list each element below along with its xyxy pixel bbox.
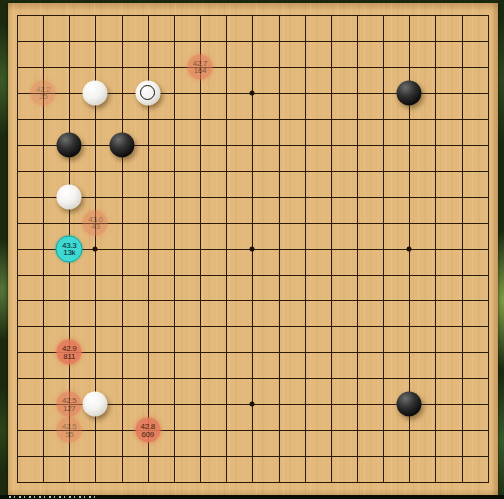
star-point-k4 — [250, 402, 255, 407]
go-board[interactable]: 42.716442.22543.04342.981142.512742.5554… — [8, 3, 498, 495]
candidate-move-suggestion-c6[interactable]: 42.9811 — [57, 340, 82, 365]
bottom-edge-strip — [0, 495, 504, 499]
best-move-suggestion-c10[interactable]: 43.313k — [56, 235, 83, 262]
star-point-k10 — [250, 246, 255, 251]
visits-label: 13k — [63, 249, 75, 257]
visits-label: 25 — [39, 93, 47, 101]
candidate-move-suggestion-h17[interactable]: 42.7164 — [188, 54, 213, 79]
last-move-marker-icon — [140, 85, 155, 100]
white-stone-d4 — [83, 392, 108, 417]
black-stone-q4 — [397, 392, 422, 417]
candidate-move-suggestion-c3[interactable]: 42.555 — [57, 418, 82, 443]
black-stone-q16 — [397, 80, 422, 105]
star-point-d10 — [93, 246, 98, 251]
visits-label: 55 — [65, 430, 73, 438]
visits-label: 43 — [91, 223, 99, 231]
black-stone-c14 — [57, 132, 82, 157]
star-point-q10 — [407, 246, 412, 251]
candidate-move-suggestion-d11[interactable]: 43.043 — [83, 210, 108, 235]
black-stone-e14 — [109, 132, 134, 157]
candidate-move-suggestion-b16[interactable]: 42.225 — [31, 80, 56, 105]
visits-label: 609 — [142, 430, 154, 438]
white-stone-f16 — [135, 80, 160, 105]
visits-label: 127 — [63, 404, 75, 412]
candidate-move-suggestion-f3[interactable]: 42.8609 — [135, 418, 160, 443]
go-app-window: 42.716442.22543.04342.981142.512742.5554… — [0, 0, 504, 499]
visits-label: 811 — [63, 352, 75, 360]
white-stone-c12 — [57, 184, 82, 209]
visits-label: 164 — [194, 67, 206, 75]
star-point-k16 — [250, 90, 255, 95]
cutoff-text-fragments — [9, 496, 99, 498]
board-play-area: 42.716442.22543.04342.981142.512742.5554… — [17, 15, 489, 484]
white-stone-d16 — [83, 80, 108, 105]
candidate-move-suggestion-c4[interactable]: 42.5127 — [57, 392, 82, 417]
